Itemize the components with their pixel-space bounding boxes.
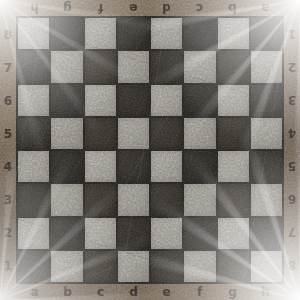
square-a3[interactable] xyxy=(18,184,49,215)
chess-board xyxy=(16,16,284,284)
square-a1[interactable] xyxy=(18,251,49,282)
square-b8[interactable] xyxy=(51,18,82,49)
square-g8[interactable] xyxy=(218,18,249,49)
square-b1[interactable] xyxy=(51,251,82,282)
square-d5[interactable] xyxy=(118,118,149,149)
square-a6[interactable] xyxy=(18,85,49,116)
square-f4[interactable] xyxy=(184,151,215,182)
square-f1[interactable] xyxy=(184,251,215,282)
square-d4[interactable] xyxy=(118,151,149,182)
square-g5[interactable] xyxy=(218,118,249,149)
square-f7[interactable] xyxy=(184,51,215,82)
square-b7[interactable] xyxy=(51,51,82,82)
chessboard-image: hgfedcba abcdefgh 87654321 12345678 xyxy=(0,0,300,300)
square-a8[interactable] xyxy=(18,18,49,49)
square-g6[interactable] xyxy=(218,85,249,116)
square-d3[interactable] xyxy=(118,184,149,215)
square-b3[interactable] xyxy=(51,184,82,215)
square-c3[interactable] xyxy=(85,184,116,215)
square-f2[interactable] xyxy=(184,218,215,249)
square-e3[interactable] xyxy=(151,184,182,215)
square-g2[interactable] xyxy=(218,218,249,249)
square-c8[interactable] xyxy=(85,18,116,49)
square-d8[interactable] xyxy=(118,18,149,49)
square-c7[interactable] xyxy=(85,51,116,82)
square-h4[interactable] xyxy=(251,151,282,182)
square-h3[interactable] xyxy=(251,184,282,215)
square-c2[interactable] xyxy=(85,218,116,249)
square-e5[interactable] xyxy=(151,118,182,149)
square-e7[interactable] xyxy=(151,51,182,82)
square-c6[interactable] xyxy=(85,85,116,116)
square-f6[interactable] xyxy=(184,85,215,116)
square-d2[interactable] xyxy=(118,218,149,249)
square-h1[interactable] xyxy=(251,251,282,282)
square-d6[interactable] xyxy=(118,85,149,116)
square-b5[interactable] xyxy=(51,118,82,149)
square-e1[interactable] xyxy=(151,251,182,282)
square-h2[interactable] xyxy=(251,218,282,249)
square-g3[interactable] xyxy=(218,184,249,215)
square-h5[interactable] xyxy=(251,118,282,149)
square-e8[interactable] xyxy=(151,18,182,49)
square-h8[interactable] xyxy=(251,18,282,49)
square-a5[interactable] xyxy=(18,118,49,149)
square-e2[interactable] xyxy=(151,218,182,249)
square-f5[interactable] xyxy=(184,118,215,149)
square-b6[interactable] xyxy=(51,85,82,116)
square-f8[interactable] xyxy=(184,18,215,49)
square-g1[interactable] xyxy=(218,251,249,282)
square-a7[interactable] xyxy=(18,51,49,82)
square-e4[interactable] xyxy=(151,151,182,182)
square-f3[interactable] xyxy=(184,184,215,215)
square-c4[interactable] xyxy=(85,151,116,182)
square-d7[interactable] xyxy=(118,51,149,82)
square-h6[interactable] xyxy=(251,85,282,116)
square-a2[interactable] xyxy=(18,218,49,249)
square-e6[interactable] xyxy=(151,85,182,116)
square-b2[interactable] xyxy=(51,218,82,249)
square-c1[interactable] xyxy=(85,251,116,282)
square-c5[interactable] xyxy=(85,118,116,149)
square-g7[interactable] xyxy=(218,51,249,82)
square-b4[interactable] xyxy=(51,151,82,182)
square-d1[interactable] xyxy=(118,251,149,282)
square-a4[interactable] xyxy=(18,151,49,182)
square-g4[interactable] xyxy=(218,151,249,182)
square-h7[interactable] xyxy=(251,51,282,82)
